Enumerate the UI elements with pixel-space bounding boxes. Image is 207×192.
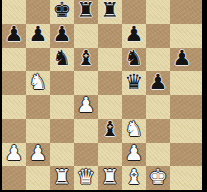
square-b8[interactable]: [26, 0, 50, 24]
white-pawn[interactable]: ♟: [125, 143, 144, 164]
square-e2[interactable]: [98, 143, 122, 167]
black-pawn[interactable]: ♟: [149, 72, 168, 93]
square-f7[interactable]: ♟: [122, 24, 146, 48]
square-a8[interactable]: [2, 0, 26, 24]
white-rook[interactable]: ♜: [53, 167, 72, 188]
square-c6[interactable]: ♞: [50, 48, 74, 72]
black-king[interactable]: ♚: [53, 0, 72, 21]
white-pawn[interactable]: ♟: [77, 95, 96, 116]
square-g8[interactable]: [146, 0, 170, 24]
square-f3[interactable]: ♞: [122, 119, 146, 143]
square-b6[interactable]: [26, 48, 50, 72]
black-bishop[interactable]: ♝: [77, 48, 96, 69]
square-a7[interactable]: ♟: [2, 24, 26, 48]
square-h8[interactable]: [170, 0, 202, 24]
square-b2[interactable]: ♟: [26, 143, 50, 167]
white-bishop[interactable]: ♝: [125, 167, 144, 188]
white-pawn[interactable]: ♟: [5, 143, 24, 164]
white-king[interactable]: ♚: [149, 167, 168, 188]
square-h3[interactable]: [170, 119, 202, 143]
square-e1[interactable]: ♜: [98, 166, 122, 190]
chess-board: ♚♜♜♟♟♟♟♞♝♞♟♞♛♟♟♝♞♟♟♟♜♛♜♝♚: [2, 0, 202, 190]
square-e4[interactable]: [98, 95, 122, 119]
black-pawn[interactable]: ♟: [5, 24, 24, 45]
square-d3[interactable]: [74, 119, 98, 143]
square-h6[interactable]: ♟: [170, 48, 202, 72]
white-pawn[interactable]: ♟: [29, 143, 48, 164]
white-knight[interactable]: ♞: [29, 72, 48, 93]
square-f2[interactable]: ♟: [122, 143, 146, 167]
square-c7[interactable]: ♟: [50, 24, 74, 48]
square-f5[interactable]: ♛: [122, 71, 146, 95]
square-b1[interactable]: [26, 166, 50, 190]
square-e6[interactable]: [98, 48, 122, 72]
black-knight[interactable]: ♞: [53, 48, 72, 69]
square-d5[interactable]: [74, 71, 98, 95]
chess-board-frame: ♚♜♜♟♟♟♟♞♝♞♟♞♛♟♟♝♞♟♟♟♜♛♜♝♚: [0, 0, 207, 192]
square-b7[interactable]: ♟: [26, 24, 50, 48]
square-c2[interactable]: [50, 143, 74, 167]
square-a2[interactable]: ♟: [2, 143, 26, 167]
square-h5[interactable]: [170, 71, 202, 95]
square-f6[interactable]: ♞: [122, 48, 146, 72]
square-g2[interactable]: [146, 143, 170, 167]
square-e8[interactable]: ♜: [98, 0, 122, 24]
square-c4[interactable]: [50, 95, 74, 119]
square-h1[interactable]: [170, 166, 202, 190]
square-c5[interactable]: [50, 71, 74, 95]
square-h7[interactable]: [170, 24, 202, 48]
square-c3[interactable]: [50, 119, 74, 143]
square-e3[interactable]: ♝: [98, 119, 122, 143]
square-e5[interactable]: [98, 71, 122, 95]
square-d4[interactable]: ♟: [74, 95, 98, 119]
square-g6[interactable]: [146, 48, 170, 72]
square-a3[interactable]: [2, 119, 26, 143]
square-c1[interactable]: ♜: [50, 166, 74, 190]
white-queen[interactable]: ♛: [77, 167, 96, 188]
white-knight[interactable]: ♞: [125, 119, 144, 140]
square-d6[interactable]: ♝: [74, 48, 98, 72]
black-pawn[interactable]: ♟: [29, 24, 48, 45]
square-g1[interactable]: ♚: [146, 166, 170, 190]
square-c8[interactable]: ♚: [50, 0, 74, 24]
square-a6[interactable]: [2, 48, 26, 72]
square-d8[interactable]: ♜: [74, 0, 98, 24]
square-d7[interactable]: [74, 24, 98, 48]
black-pawn[interactable]: ♟: [125, 24, 144, 45]
square-f4[interactable]: [122, 95, 146, 119]
black-rook[interactable]: ♜: [77, 0, 96, 21]
square-f1[interactable]: ♝: [122, 166, 146, 190]
square-d2[interactable]: [74, 143, 98, 167]
square-g5[interactable]: ♟: [146, 71, 170, 95]
square-a4[interactable]: [2, 95, 26, 119]
square-h2[interactable]: [170, 143, 202, 167]
square-b5[interactable]: ♞: [26, 71, 50, 95]
square-g4[interactable]: [146, 95, 170, 119]
square-b4[interactable]: [26, 95, 50, 119]
black-rook[interactable]: ♜: [101, 0, 120, 21]
black-pawn[interactable]: ♟: [53, 24, 72, 45]
square-f8[interactable]: [122, 0, 146, 24]
square-b3[interactable]: [26, 119, 50, 143]
square-g7[interactable]: [146, 24, 170, 48]
black-pawn[interactable]: ♟: [173, 48, 192, 69]
square-e7[interactable]: [98, 24, 122, 48]
white-rook[interactable]: ♜: [101, 167, 120, 188]
square-d1[interactable]: ♛: [74, 166, 98, 190]
square-h4[interactable]: [170, 95, 202, 119]
black-bishop[interactable]: ♝: [101, 119, 120, 140]
square-g3[interactable]: [146, 119, 170, 143]
square-a1[interactable]: [2, 166, 26, 190]
black-knight[interactable]: ♞: [125, 48, 144, 69]
square-a5[interactable]: [2, 71, 26, 95]
black-queen[interactable]: ♛: [125, 72, 144, 93]
